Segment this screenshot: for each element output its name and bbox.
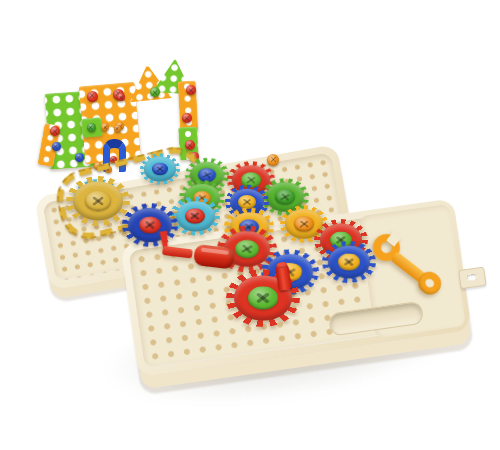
screwdriver-shaft [162,246,193,259]
gear-yellow-turntable-ring [66,176,130,226]
gear-hub-cross [299,220,308,227]
green-screw [87,123,96,132]
red-screw [50,126,60,136]
gear-hub-cross [203,171,210,178]
latch-tab [458,267,486,289]
red-screw [185,140,195,150]
gear-hub-cross [243,199,251,206]
red-screw [186,85,196,95]
orange-screw [114,125,121,132]
loose-orange-screw [267,154,279,166]
red-screw [117,93,125,101]
red-screw [87,91,98,102]
screwdriver-handle [193,244,235,270]
gear-hub-cross [344,258,354,266]
gear-cyan-gear-red-hub [170,197,220,236]
gear-hub-cross [247,176,256,184]
blue-screw [52,142,61,151]
gear-hub-cross [190,212,200,219]
orange-screw [101,123,109,131]
gear-hub-cross [92,196,104,206]
gear-hub-cross [242,244,252,254]
green-screw [150,87,160,97]
gear-hub-cross [145,221,155,230]
product-photo-toy-gear-case [0,0,500,450]
gear-hub-cross [281,193,289,201]
gear-hub-cross [256,292,270,303]
blue-screw [75,153,84,162]
gear-hub-cross [156,166,164,172]
red-screw [182,113,192,123]
gear-cyan-gear-blue-hub [140,153,180,184]
